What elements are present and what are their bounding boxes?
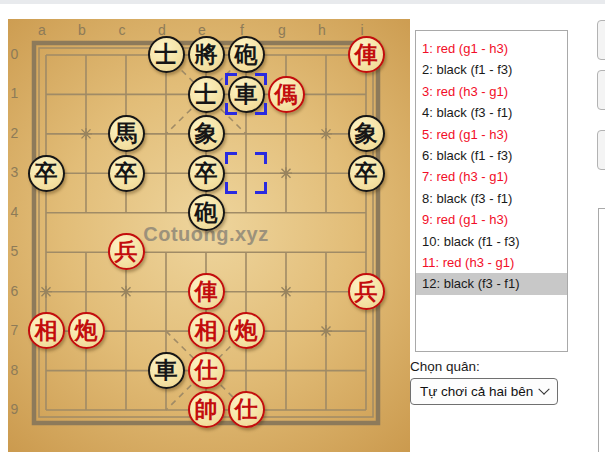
move-item-9[interactable]: 9: red (g1 - h3): [416, 209, 567, 230]
row-label-0: 0: [7, 46, 22, 62]
row-label-8: 8: [7, 362, 22, 378]
row-label-5: 5: [7, 243, 22, 259]
black-cannon[interactable]: 砲: [228, 36, 265, 73]
black-elephant[interactable]: 象: [348, 115, 385, 152]
move-list[interactable]: 1: red (g1 - h3)2: black (f1 - f3)3: red…: [415, 30, 568, 352]
cutoff-panel: [598, 208, 605, 452]
cutoff-button-1[interactable]: [597, 20, 605, 60]
black-advisor[interactable]: 士: [148, 36, 185, 73]
black-elephant[interactable]: 象: [188, 115, 225, 152]
row-label-7: 7: [7, 322, 22, 338]
black-chariot[interactable]: 車: [228, 76, 265, 113]
move-item-10[interactable]: 10: black (f1 - f3): [416, 231, 567, 252]
red-soldier[interactable]: 兵: [108, 233, 145, 270]
row-label-6: 6: [7, 283, 22, 299]
cutoff-button-2[interactable]: [597, 70, 605, 110]
move-item-3[interactable]: 3: red (h3 - g1): [416, 81, 567, 102]
move-item-1[interactable]: 1: red (g1 - h3): [416, 38, 567, 59]
red-general[interactable]: 帥: [188, 391, 225, 428]
move-item-11[interactable]: 11: red (h3 - g1): [416, 252, 567, 273]
black-advisor[interactable]: 士: [188, 76, 225, 113]
red-chariot[interactable]: 俥: [348, 36, 385, 73]
black-general[interactable]: 將: [188, 36, 225, 73]
red-elephant[interactable]: 相: [28, 312, 65, 349]
red-horse[interactable]: 傌: [268, 76, 305, 113]
row-label-2: 2: [7, 125, 22, 141]
black-chariot[interactable]: 車: [148, 352, 185, 389]
chevron-down-icon: [538, 383, 549, 394]
move-item-7[interactable]: 7: red (h3 - g1): [416, 166, 567, 187]
cutoff-button-3[interactable]: [597, 130, 605, 170]
choose-side-label: Chọn quân:: [410, 359, 480, 374]
highlight-bracket-f3: [225, 152, 267, 194]
red-advisor[interactable]: 仕: [228, 391, 265, 428]
move-item-8[interactable]: 8: black (f3 - f1): [416, 188, 567, 209]
red-advisor[interactable]: 仕: [188, 352, 225, 389]
row-label-4: 4: [7, 204, 22, 220]
black-soldier[interactable]: 卒: [108, 155, 145, 192]
app-screen: abcdefghi0123456789 Cotuong.xyz 士將砲俥士車傌馬…: [0, 0, 605, 452]
move-item-2[interactable]: 2: black (f1 - f3): [416, 59, 567, 80]
red-cannon[interactable]: 炮: [228, 312, 265, 349]
black-cannon[interactable]: 砲: [188, 194, 225, 231]
black-soldier[interactable]: 卒: [348, 155, 385, 192]
play-mode-value: Tự chơi cả hai bên: [420, 384, 533, 399]
row-label-9: 9: [7, 401, 22, 417]
red-chariot[interactable]: 俥: [188, 273, 225, 310]
row-label-1: 1: [7, 85, 22, 101]
black-soldier[interactable]: 卒: [28, 155, 65, 192]
black-horse[interactable]: 馬: [108, 115, 145, 152]
move-item-4[interactable]: 4: black (f3 - f1): [416, 102, 567, 123]
play-mode-dropdown[interactable]: Tự chơi cả hai bên: [410, 378, 558, 405]
xiangqi-board[interactable]: abcdefghi0123456789 Cotuong.xyz 士將砲俥士車傌馬…: [8, 19, 410, 452]
red-cannon[interactable]: 炮: [68, 312, 105, 349]
black-soldier[interactable]: 卒: [188, 155, 225, 192]
red-elephant[interactable]: 相: [188, 312, 225, 349]
red-soldier[interactable]: 兵: [348, 273, 385, 310]
move-item-5[interactable]: 5: red (g1 - h3): [416, 124, 567, 145]
move-item-12[interactable]: 12: black (f3 - f1): [416, 273, 567, 294]
row-label-3: 3: [7, 164, 22, 180]
move-item-6[interactable]: 6: black (f1 - f3): [416, 145, 567, 166]
top-strip: [0, 0, 605, 4]
